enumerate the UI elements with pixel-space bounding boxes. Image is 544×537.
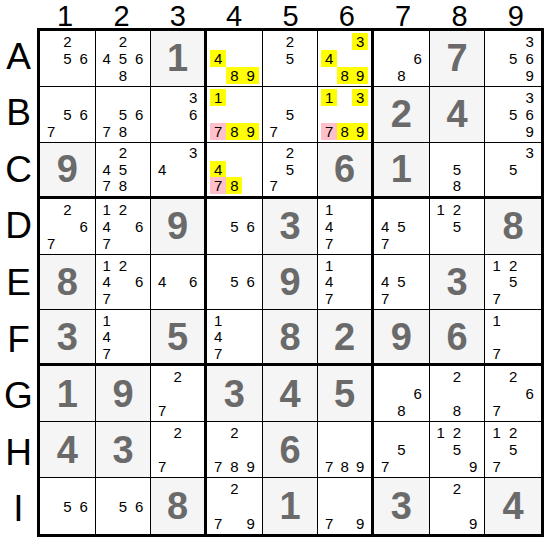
empty-mark xyxy=(465,424,481,441)
cell-F8[interactable]: 6 xyxy=(430,310,486,366)
candidate-grid: 267 xyxy=(40,199,95,254)
candidate-digit: 4 xyxy=(154,161,170,177)
cell-H2[interactable]: 3 xyxy=(96,422,152,478)
cell-F3[interactable]: 5 xyxy=(151,310,207,366)
empty-mark xyxy=(337,106,353,123)
candidate-digit: 4 xyxy=(321,218,337,235)
cell-G3[interactable]: 27 xyxy=(151,366,207,422)
candidate-grid: 68 xyxy=(374,31,429,86)
empty-mark xyxy=(226,329,242,345)
empty-mark xyxy=(488,123,505,140)
cell-E9[interactable]: 1257 xyxy=(485,255,541,311)
empty-mark xyxy=(131,89,147,106)
empty-mark xyxy=(43,33,59,50)
empty-mark xyxy=(337,33,353,50)
empty-mark xyxy=(465,218,481,235)
cell-I2[interactable]: 56 xyxy=(96,478,152,534)
cell-G2[interactable]: 9 xyxy=(96,366,152,422)
cell-B4[interactable]: 1789 xyxy=(207,87,263,143)
candidate-grid: 279 xyxy=(207,478,262,534)
empty-mark xyxy=(377,67,393,84)
empty-mark xyxy=(75,480,91,497)
empty-mark xyxy=(99,106,115,123)
empty-mark xyxy=(488,145,505,161)
cell-A6[interactable]: 3489 xyxy=(318,31,374,87)
empty-mark xyxy=(266,145,282,161)
cell-B1[interactable]: 567 xyxy=(40,87,96,143)
candidate-digit: 6 xyxy=(521,385,538,402)
empty-mark xyxy=(377,257,393,274)
empty-mark xyxy=(131,145,147,161)
empty-mark xyxy=(59,515,75,532)
empty-mark xyxy=(131,33,147,50)
cell-G7[interactable]: 68 xyxy=(374,366,430,422)
empty-mark xyxy=(352,497,368,514)
empty-mark xyxy=(242,345,258,361)
candidate-digit: 2 xyxy=(449,424,465,441)
cell-D3[interactable]: 9 xyxy=(151,199,207,255)
empty-mark xyxy=(75,201,91,218)
solved-digit: 8 xyxy=(40,255,95,310)
candidate-digit: 9 xyxy=(242,458,258,475)
empty-mark xyxy=(505,312,522,328)
cell-F6[interactable]: 2 xyxy=(318,310,374,366)
empty-mark xyxy=(43,218,59,235)
candidate-digit: 2 xyxy=(226,480,242,497)
empty-mark xyxy=(505,458,522,475)
empty-mark xyxy=(154,89,170,106)
empty-mark xyxy=(131,123,147,140)
cell-I8[interactable]: 29 xyxy=(430,478,486,534)
empty-mark xyxy=(321,106,337,123)
candidate-grid: 56 xyxy=(40,478,95,534)
empty-mark xyxy=(409,441,425,458)
empty-mark xyxy=(337,274,353,291)
cell-C4[interactable]: 478 xyxy=(207,143,263,199)
candidate-digit: 7 xyxy=(321,290,337,307)
cell-E3[interactable]: 46 xyxy=(151,255,207,311)
candidate-digit: 7 xyxy=(377,290,393,307)
empty-mark xyxy=(393,50,409,67)
cell-G4[interactable]: 3 xyxy=(207,366,263,422)
cell-C8[interactable]: 58 xyxy=(430,143,486,199)
cell-C1[interactable]: 9 xyxy=(40,143,96,199)
cell-E8[interactable]: 3 xyxy=(430,255,486,311)
candidate-digit: 9 xyxy=(352,515,368,532)
candidate-digit: 6 xyxy=(521,50,538,67)
candidate-digit: 3 xyxy=(352,89,368,106)
empty-mark xyxy=(210,106,226,123)
empty-mark xyxy=(99,515,115,532)
empty-mark xyxy=(210,274,226,291)
candidate-digit: 7 xyxy=(377,458,393,475)
empty-mark xyxy=(226,257,242,274)
empty-mark xyxy=(115,312,131,328)
empty-mark xyxy=(321,497,337,514)
cell-C7[interactable]: 1 xyxy=(374,143,430,199)
cell-A5[interactable]: 25 xyxy=(263,31,319,87)
candidate-digit: 5 xyxy=(115,161,131,177)
empty-mark xyxy=(337,235,353,252)
candidate-digit: 7 xyxy=(321,515,337,532)
solved-digit: 9 xyxy=(151,199,204,254)
empty-mark xyxy=(433,368,449,385)
candidate-digit: 8 xyxy=(393,402,409,419)
empty-mark xyxy=(409,67,425,84)
candidate-grid: 489 xyxy=(207,31,262,86)
cell-I3[interactable]: 8 xyxy=(151,478,207,534)
cell-H8[interactable]: 1259 xyxy=(430,422,486,478)
cell-G5[interactable]: 4 xyxy=(263,366,319,422)
cell-B8[interactable]: 4 xyxy=(430,87,486,143)
cell-I9[interactable]: 4 xyxy=(485,478,541,534)
candidate-digit: 1 xyxy=(321,89,337,106)
empty-mark xyxy=(409,235,425,252)
cell-F5[interactable]: 8 xyxy=(263,310,319,366)
empty-mark xyxy=(449,515,465,532)
solved-digit: 1 xyxy=(40,366,95,421)
candidate-digit: 1 xyxy=(488,312,505,328)
empty-mark xyxy=(505,145,522,161)
empty-mark xyxy=(409,424,425,441)
candidate-digit: 5 xyxy=(505,441,522,458)
empty-mark xyxy=(433,515,449,532)
empty-mark xyxy=(282,89,298,106)
solved-digit: 1 xyxy=(263,478,318,534)
empty-mark xyxy=(465,441,481,458)
sudoku-board: 2562456814892534896873569567567836178957… xyxy=(37,28,544,537)
candidate-digit: 7 xyxy=(99,177,115,193)
cell-C6[interactable]: 6 xyxy=(318,143,374,199)
cell-B7[interactable]: 2 xyxy=(374,87,430,143)
cell-A8[interactable]: 7 xyxy=(430,31,486,87)
empty-mark xyxy=(465,385,481,402)
candidate-grid: 567 xyxy=(40,87,95,142)
empty-mark xyxy=(465,161,481,177)
empty-mark xyxy=(433,458,449,475)
empty-mark xyxy=(99,497,115,514)
candidate-digit: 3 xyxy=(521,145,538,161)
candidate-digit: 2 xyxy=(505,257,522,274)
empty-mark xyxy=(377,368,393,385)
candidate-grid: 12467 xyxy=(96,199,151,254)
cell-C5[interactable]: 257 xyxy=(263,143,319,199)
cell-E2[interactable]: 12467 xyxy=(96,255,152,311)
candidate-digit: 1 xyxy=(210,312,226,328)
cell-E1[interactable]: 8 xyxy=(40,255,96,311)
empty-mark xyxy=(393,201,409,218)
empty-mark xyxy=(488,177,505,193)
empty-mark xyxy=(298,161,314,177)
cell-F9[interactable]: 17 xyxy=(485,310,541,366)
empty-mark xyxy=(75,33,91,50)
candidate-digit: 7 xyxy=(43,235,59,252)
candidate-digit: 2 xyxy=(226,424,242,441)
cell-B2[interactable]: 5678 xyxy=(96,87,152,143)
cell-I7[interactable]: 3 xyxy=(374,478,430,534)
empty-mark xyxy=(266,33,282,50)
empty-mark xyxy=(185,402,201,419)
empty-mark xyxy=(298,106,314,123)
candidate-digit: 6 xyxy=(75,218,91,235)
candidate-digit: 2 xyxy=(115,257,131,274)
candidate-digit: 5 xyxy=(505,161,522,177)
empty-mark xyxy=(226,161,242,177)
candidate-grid: 34 xyxy=(151,143,204,196)
candidate-digit: 7 xyxy=(488,402,505,419)
empty-mark xyxy=(433,145,449,161)
cell-D8[interactable]: 125 xyxy=(430,199,486,255)
empty-mark xyxy=(43,480,59,497)
empty-mark xyxy=(488,161,505,177)
empty-mark xyxy=(170,89,186,106)
candidate-digit: 5 xyxy=(59,106,75,123)
candidate-grid: 267 xyxy=(485,366,541,421)
empty-mark xyxy=(521,458,538,475)
cell-I6[interactable]: 79 xyxy=(318,478,374,534)
empty-mark xyxy=(210,424,226,441)
empty-mark xyxy=(488,67,505,84)
candidate-digit: 1 xyxy=(99,312,115,328)
empty-mark xyxy=(131,257,147,274)
row-label-D: D xyxy=(0,198,37,255)
cell-B6[interactable]: 13789 xyxy=(318,87,374,143)
cell-H3[interactable]: 27 xyxy=(151,422,207,478)
candidate-digit: 7 xyxy=(99,345,115,361)
empty-mark xyxy=(298,145,314,161)
cell-C9[interactable]: 35 xyxy=(485,143,541,199)
empty-mark xyxy=(521,161,538,177)
cell-B9[interactable]: 3569 xyxy=(485,87,541,143)
cell-H5[interactable]: 6 xyxy=(263,422,319,478)
solved-digit: 6 xyxy=(263,422,318,477)
cell-D4[interactable]: 56 xyxy=(207,199,263,255)
empty-mark xyxy=(242,497,258,514)
cell-D5[interactable]: 3 xyxy=(263,199,319,255)
empty-mark xyxy=(226,106,242,123)
empty-mark xyxy=(170,177,186,193)
empty-mark xyxy=(154,123,170,140)
cell-F1[interactable]: 3 xyxy=(40,310,96,366)
candidate-digit: 8 xyxy=(337,458,353,475)
empty-mark xyxy=(488,385,505,402)
empty-mark xyxy=(521,441,538,458)
candidate-digit: 4 xyxy=(210,50,226,67)
candidate-digit: 2 xyxy=(449,368,465,385)
solved-digit: 9 xyxy=(96,366,151,421)
row-label-E: E xyxy=(0,254,37,311)
candidate-digit: 2 xyxy=(449,480,465,497)
empty-mark xyxy=(465,402,481,419)
empty-mark xyxy=(409,402,425,419)
empty-mark xyxy=(321,441,337,458)
candidate-digit: 7 xyxy=(377,235,393,252)
cell-A7[interactable]: 68 xyxy=(374,31,430,87)
empty-mark xyxy=(242,441,258,458)
solved-digit: 6 xyxy=(318,143,371,196)
cell-I4[interactable]: 279 xyxy=(207,478,263,534)
candidate-digit: 6 xyxy=(131,274,147,291)
candidate-digit: 7 xyxy=(154,458,170,475)
candidate-digit: 6 xyxy=(242,218,258,235)
cell-I1[interactable]: 56 xyxy=(40,478,96,534)
empty-mark xyxy=(337,480,353,497)
candidate-digit: 2 xyxy=(170,424,186,441)
candidate-grid: 56 xyxy=(96,478,151,534)
empty-mark xyxy=(99,480,115,497)
empty-mark xyxy=(337,290,353,307)
candidate-grid: 147 xyxy=(318,255,371,310)
cell-D6[interactable]: 147 xyxy=(318,199,374,255)
cell-C3[interactable]: 34 xyxy=(151,143,207,199)
candidate-digit: 6 xyxy=(131,106,147,123)
candidate-grid: 79 xyxy=(318,478,371,534)
cell-G9[interactable]: 267 xyxy=(485,366,541,422)
candidate-digit: 4 xyxy=(99,329,115,345)
candidate-digit: 6 xyxy=(75,497,91,514)
candidate-digit: 2 xyxy=(505,424,522,441)
empty-mark xyxy=(377,402,393,419)
cell-G6[interactable]: 5 xyxy=(318,366,374,422)
candidate-digit: 5 xyxy=(505,274,522,291)
empty-mark xyxy=(433,218,449,235)
cell-E4[interactable]: 56 xyxy=(207,255,263,311)
empty-mark xyxy=(298,33,314,50)
cell-G1[interactable]: 1 xyxy=(40,366,96,422)
candidate-digit: 3 xyxy=(521,33,538,50)
candidate-digit: 5 xyxy=(393,218,409,235)
candidate-digit: 8 xyxy=(337,123,353,140)
empty-mark xyxy=(99,145,115,161)
empty-mark xyxy=(131,201,147,218)
cell-A2[interactable]: 24568 xyxy=(96,31,152,87)
candidate-digit: 8 xyxy=(115,177,131,193)
empty-mark xyxy=(266,161,282,177)
empty-mark xyxy=(505,67,522,84)
candidate-grid: 27 xyxy=(151,366,204,421)
cell-A9[interactable]: 3569 xyxy=(485,31,541,87)
solved-digit: 9 xyxy=(40,143,95,196)
empty-mark xyxy=(465,480,481,497)
cell-A1[interactable]: 256 xyxy=(40,31,96,87)
empty-mark xyxy=(266,50,282,67)
empty-mark xyxy=(337,515,353,532)
cell-E5[interactable]: 9 xyxy=(263,255,319,311)
candidate-digit: 9 xyxy=(465,515,481,532)
candidate-grid: 478 xyxy=(207,143,262,196)
empty-mark xyxy=(210,480,226,497)
empty-mark xyxy=(154,441,170,458)
cell-F4[interactable]: 147 xyxy=(207,310,263,366)
cell-D1[interactable]: 267 xyxy=(40,199,96,255)
empty-mark xyxy=(210,33,226,50)
cell-H7[interactable]: 57 xyxy=(374,422,430,478)
empty-mark xyxy=(226,345,242,361)
cell-H6[interactable]: 789 xyxy=(318,422,374,478)
empty-mark xyxy=(352,235,368,252)
cell-B3[interactable]: 36 xyxy=(151,87,207,143)
empty-mark xyxy=(377,385,393,402)
cell-F2[interactable]: 147 xyxy=(96,310,152,366)
candidate-digit: 7 xyxy=(321,123,337,140)
candidate-digit: 7 xyxy=(321,458,337,475)
empty-mark xyxy=(226,312,242,328)
empty-mark xyxy=(185,290,201,307)
empty-mark xyxy=(352,218,368,235)
candidate-digit: 6 xyxy=(185,106,201,123)
empty-mark xyxy=(465,368,481,385)
cell-D2[interactable]: 12467 xyxy=(96,199,152,255)
empty-mark xyxy=(433,480,449,497)
cell-D9[interactable]: 8 xyxy=(485,199,541,255)
empty-mark xyxy=(43,67,59,84)
candidate-grid: 1259 xyxy=(430,422,485,477)
empty-mark xyxy=(488,329,505,345)
candidate-digit: 5 xyxy=(59,497,75,514)
empty-mark xyxy=(226,515,242,532)
candidate-grid: 5678 xyxy=(96,87,151,142)
empty-mark xyxy=(521,177,538,193)
candidate-digit: 5 xyxy=(393,441,409,458)
cell-D7[interactable]: 457 xyxy=(374,199,430,255)
empty-mark xyxy=(465,497,481,514)
empty-mark xyxy=(210,257,226,274)
empty-mark xyxy=(521,329,538,345)
empty-mark xyxy=(337,50,353,67)
empty-mark xyxy=(210,145,226,161)
empty-mark xyxy=(352,201,368,218)
empty-mark xyxy=(210,218,226,235)
cell-A4[interactable]: 489 xyxy=(207,31,263,87)
candidate-digit: 9 xyxy=(521,67,538,84)
empty-mark xyxy=(298,67,314,84)
cell-A3[interactable]: 1 xyxy=(151,31,207,87)
empty-mark xyxy=(59,235,75,252)
candidate-digit: 6 xyxy=(409,50,425,67)
empty-mark xyxy=(43,497,59,514)
cell-E7[interactable]: 457 xyxy=(374,255,430,311)
candidate-grid: 3569 xyxy=(485,31,541,86)
cell-H4[interactable]: 2789 xyxy=(207,422,263,478)
cell-I5[interactable]: 1 xyxy=(263,478,319,534)
cell-B5[interactable]: 57 xyxy=(263,87,319,143)
candidate-grid: 17 xyxy=(485,310,541,363)
cell-H9[interactable]: 1257 xyxy=(485,422,541,478)
cell-H1[interactable]: 4 xyxy=(40,422,96,478)
candidate-digit: 4 xyxy=(321,274,337,291)
candidate-digit: 4 xyxy=(210,329,226,345)
empty-mark xyxy=(154,257,170,274)
empty-mark xyxy=(393,33,409,50)
candidate-digit: 9 xyxy=(352,123,368,140)
row-label-A: A xyxy=(0,28,37,85)
sudoku-app: 123456789 ABCDEFGHI 25624568148925348968… xyxy=(0,0,544,537)
empty-mark xyxy=(433,402,449,419)
empty-mark xyxy=(170,458,186,475)
candidate-grid: 56 xyxy=(207,199,262,254)
column-label-4: 4 xyxy=(206,0,262,31)
cell-C2[interactable]: 24578 xyxy=(96,143,152,199)
cell-G8[interactable]: 28 xyxy=(430,366,486,422)
empty-mark xyxy=(115,235,131,252)
empty-mark xyxy=(131,345,147,361)
empty-mark xyxy=(75,123,91,140)
empty-mark xyxy=(115,480,131,497)
solved-digit: 3 xyxy=(263,199,318,254)
empty-mark xyxy=(242,235,258,252)
cell-E6[interactable]: 147 xyxy=(318,255,374,311)
cell-F7[interactable]: 9 xyxy=(374,310,430,366)
